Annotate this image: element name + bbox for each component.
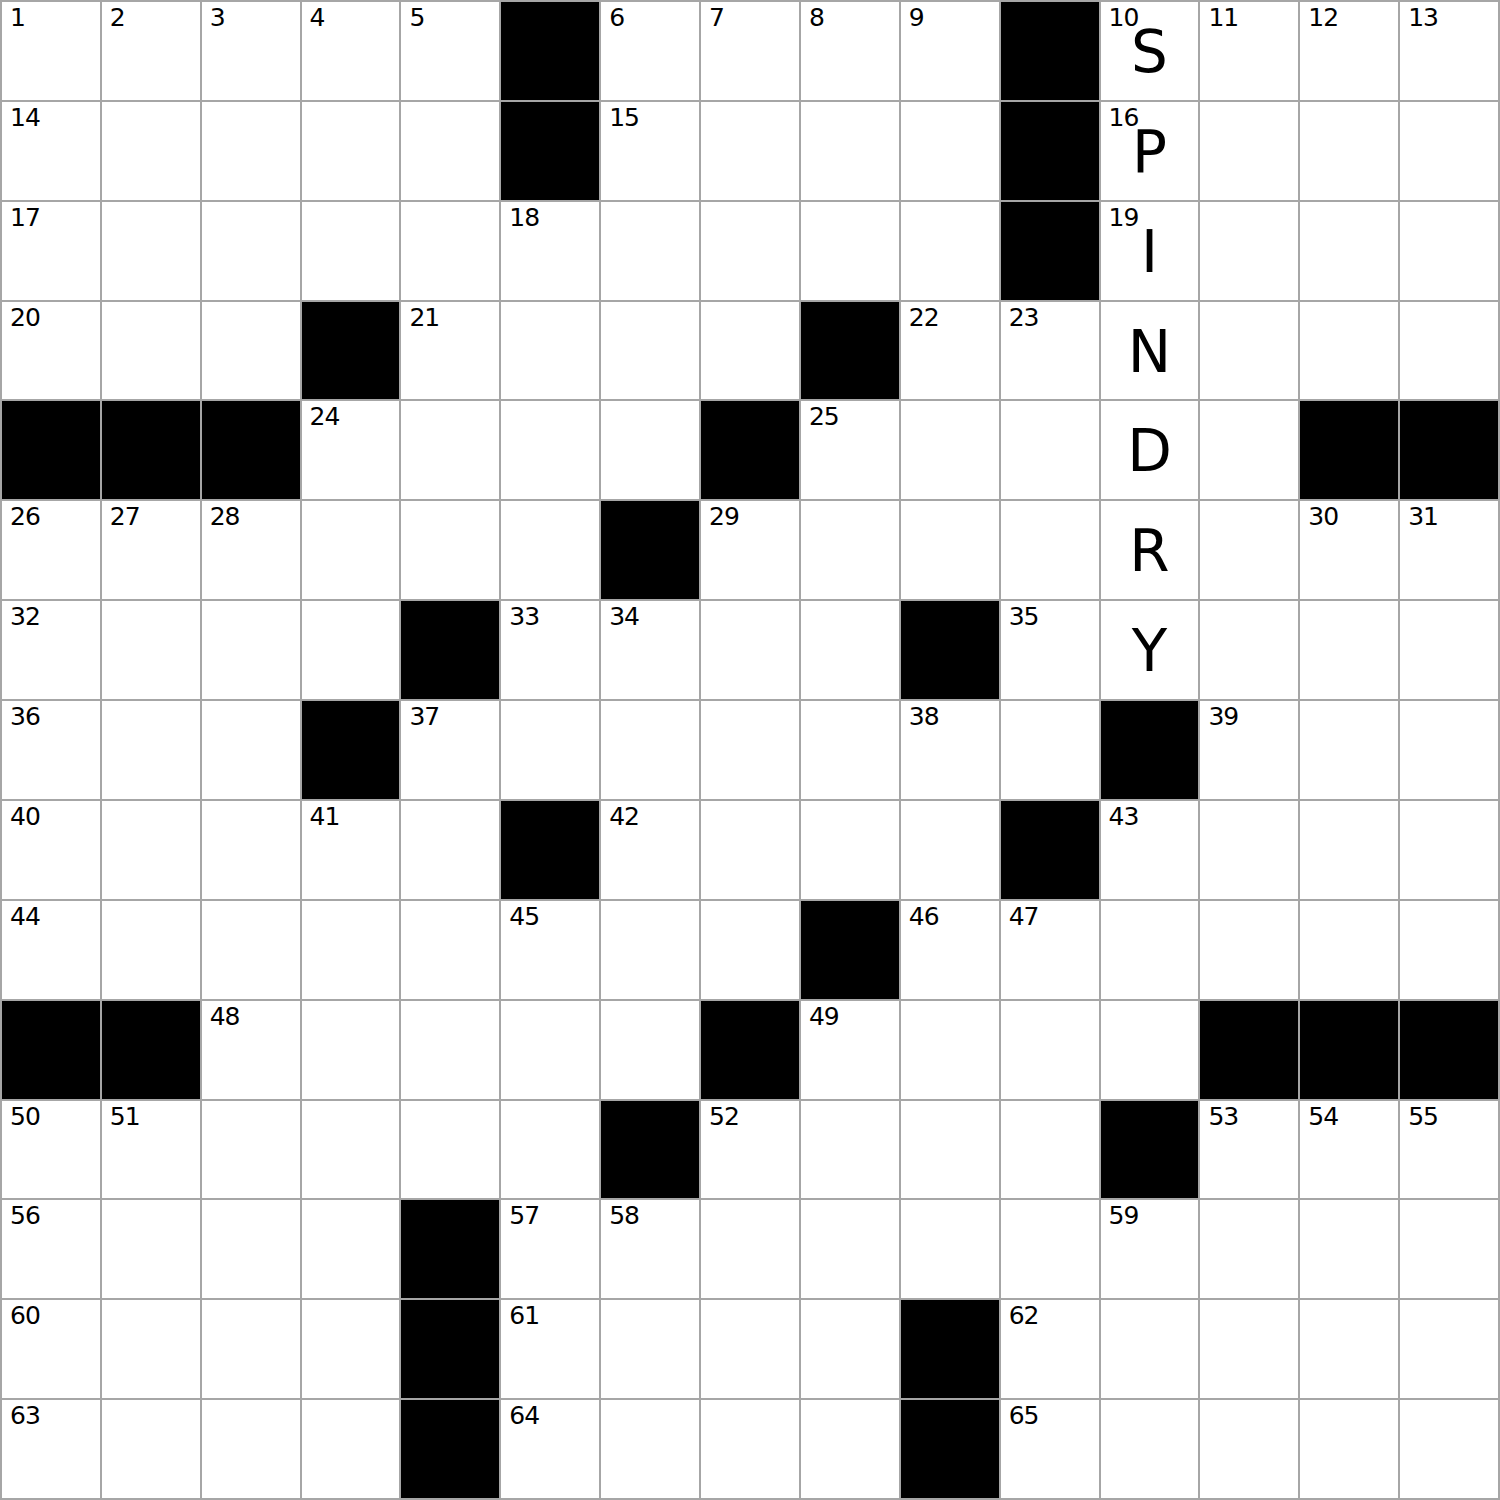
grid-cell[interactable]: 44: [2, 901, 100, 999]
clue-number: 41: [310, 804, 340, 830]
grid-cell[interactable]: [801, 202, 899, 300]
grid-cell[interactable]: [1200, 302, 1298, 400]
grid-cell[interactable]: [102, 1200, 200, 1298]
clue-number: 48: [210, 1004, 240, 1030]
grid-cell[interactable]: N: [1101, 302, 1199, 400]
black-square: [401, 1400, 499, 1498]
grid-cell[interactable]: [501, 501, 599, 599]
grid-cell[interactable]: [701, 202, 799, 300]
grid-cell[interactable]: 7: [701, 2, 799, 100]
grid-cell[interactable]: [1200, 801, 1298, 899]
black-square: [701, 1001, 799, 1099]
grid-cell[interactable]: [1300, 1200, 1398, 1298]
grid-cell[interactable]: 5: [401, 2, 499, 100]
grid-cell[interactable]: [401, 901, 499, 999]
black-square: [501, 2, 599, 100]
grid-cell[interactable]: [202, 1200, 300, 1298]
clue-number: 3: [210, 5, 225, 31]
black-square: [701, 401, 799, 499]
grid-cell[interactable]: [1101, 1300, 1199, 1398]
clue-number: 39: [1208, 704, 1238, 730]
grid-cell[interactable]: 25: [801, 401, 899, 499]
grid-cell[interactable]: 48: [202, 1001, 300, 1099]
grid-cell[interactable]: [801, 1400, 899, 1498]
grid-cell[interactable]: [202, 1101, 300, 1199]
grid-cell[interactable]: [1001, 501, 1099, 599]
clue-number: 51: [110, 1104, 140, 1130]
cell-letter: P: [1101, 102, 1199, 200]
grid-cell[interactable]: [501, 302, 599, 400]
grid-cell[interactable]: 33: [501, 601, 599, 699]
black-square: [1001, 801, 1099, 899]
grid-cell[interactable]: 15: [601, 102, 699, 200]
cell-letter: I: [1101, 202, 1199, 300]
grid-cell[interactable]: [601, 1001, 699, 1099]
clue-number: 47: [1009, 904, 1039, 930]
grid-cell[interactable]: [202, 1400, 300, 1498]
grid-cell[interactable]: [901, 202, 999, 300]
grid-cell[interactable]: 47: [1001, 901, 1099, 999]
grid-cell[interactable]: [202, 1300, 300, 1398]
grid-cell[interactable]: [701, 1400, 799, 1498]
grid-cell[interactable]: 58: [601, 1200, 699, 1298]
black-square: [302, 701, 400, 799]
clue-number: 6: [609, 5, 624, 31]
black-square: [901, 601, 999, 699]
clue-number: 42: [609, 804, 639, 830]
grid-cell[interactable]: [1200, 1200, 1298, 1298]
grid-cell[interactable]: 54: [1300, 1101, 1398, 1199]
black-square: [1001, 202, 1099, 300]
grid-cell[interactable]: 62: [1001, 1300, 1099, 1398]
grid-cell[interactable]: 45: [501, 901, 599, 999]
black-square: [401, 1300, 499, 1398]
black-square: [801, 901, 899, 999]
black-square: [1101, 701, 1199, 799]
grid-cell[interactable]: [901, 1001, 999, 1099]
black-square: [102, 1001, 200, 1099]
grid-cell[interactable]: 11: [1200, 2, 1298, 100]
grid-cell[interactable]: 27: [102, 501, 200, 599]
grid-cell[interactable]: [1200, 601, 1298, 699]
grid-cell[interactable]: [102, 801, 200, 899]
grid-cell[interactable]: [701, 1300, 799, 1398]
grid-cell[interactable]: [901, 801, 999, 899]
clue-number: 26: [10, 504, 40, 530]
grid-cell[interactable]: 29: [701, 501, 799, 599]
grid-cell[interactable]: 6: [601, 2, 699, 100]
grid-cell[interactable]: [701, 901, 799, 999]
grid-cell[interactable]: 36: [2, 701, 100, 799]
grid-cell[interactable]: 60: [2, 1300, 100, 1398]
clue-number: 29: [709, 504, 739, 530]
grid-cell[interactable]: [1400, 601, 1498, 699]
grid-cell[interactable]: 40: [2, 801, 100, 899]
grid-cell[interactable]: [1400, 102, 1498, 200]
grid-cell[interactable]: 30: [1300, 501, 1398, 599]
grid-cell[interactable]: 19I: [1101, 202, 1199, 300]
grid-cell[interactable]: [1400, 801, 1498, 899]
grid-cell[interactable]: [302, 1101, 400, 1199]
grid-cell[interactable]: [1300, 102, 1398, 200]
grid-cell[interactable]: [401, 1101, 499, 1199]
grid-cell[interactable]: 37: [401, 701, 499, 799]
clue-number: 58: [609, 1203, 639, 1229]
clue-number: 25: [809, 404, 839, 430]
clue-number: 2: [110, 5, 125, 31]
grid-cell[interactable]: [701, 1200, 799, 1298]
clue-number: 22: [909, 305, 939, 331]
grid-cell[interactable]: [302, 1300, 400, 1398]
grid-cell[interactable]: 35: [1001, 601, 1099, 699]
grid-cell[interactable]: 18: [501, 202, 599, 300]
grid-cell[interactable]: [302, 1400, 400, 1498]
grid-cell[interactable]: 55: [1400, 1101, 1498, 1199]
grid-cell[interactable]: [1300, 701, 1398, 799]
grid-cell[interactable]: [1101, 1400, 1199, 1498]
clue-number: 20: [10, 305, 40, 331]
black-square: [1200, 1001, 1298, 1099]
grid-cell[interactable]: [102, 901, 200, 999]
grid-cell[interactable]: 50: [2, 1101, 100, 1199]
grid-cell[interactable]: [1001, 401, 1099, 499]
grid-cell[interactable]: [102, 601, 200, 699]
black-square: [1300, 1001, 1398, 1099]
clue-number: 28: [210, 504, 240, 530]
grid-cell[interactable]: [102, 202, 200, 300]
grid-cell[interactable]: [401, 401, 499, 499]
clue-number: 24: [310, 404, 340, 430]
clue-number: 62: [1009, 1303, 1039, 1329]
grid-cell[interactable]: [202, 302, 300, 400]
grid-cell[interactable]: 65: [1001, 1400, 1099, 1498]
grid-cell[interactable]: [1001, 701, 1099, 799]
grid-cell[interactable]: [401, 1001, 499, 1099]
grid-cell[interactable]: D: [1101, 401, 1199, 499]
grid-cell[interactable]: [302, 501, 400, 599]
black-square: [901, 1300, 999, 1398]
black-square: [302, 302, 400, 400]
grid-cell[interactable]: [1200, 901, 1298, 999]
grid-cell[interactable]: 46: [901, 901, 999, 999]
grid-cell[interactable]: [1400, 202, 1498, 300]
grid-cell[interactable]: [1400, 1400, 1498, 1498]
clue-number: 33: [509, 604, 539, 630]
grid-cell[interactable]: 61: [501, 1300, 599, 1398]
grid-cell[interactable]: [901, 501, 999, 599]
clue-number: 46: [909, 904, 939, 930]
clue-number: 37: [409, 704, 439, 730]
grid-cell[interactable]: 24: [302, 401, 400, 499]
grid-cell[interactable]: [202, 202, 300, 300]
grid-cell[interactable]: 14: [2, 102, 100, 200]
grid-cell[interactable]: [1300, 1300, 1398, 1398]
clue-number: 27: [110, 504, 140, 530]
black-square: [401, 601, 499, 699]
clue-number: 61: [509, 1303, 539, 1329]
grid-cell[interactable]: [801, 102, 899, 200]
grid-cell[interactable]: R: [1101, 501, 1199, 599]
grid-cell[interactable]: [202, 601, 300, 699]
grid-cell[interactable]: [401, 202, 499, 300]
grid-cell[interactable]: [601, 202, 699, 300]
grid-cell[interactable]: 17: [2, 202, 100, 300]
grid-cell[interactable]: [1200, 102, 1298, 200]
black-square: [1300, 401, 1398, 499]
grid-cell[interactable]: [601, 302, 699, 400]
grid-cell[interactable]: 39: [1200, 701, 1298, 799]
grid-cell[interactable]: [701, 102, 799, 200]
clue-number: 4: [310, 5, 325, 31]
grid-cell[interactable]: [102, 1400, 200, 1498]
grid-cell[interactable]: [302, 1200, 400, 1298]
grid-cell[interactable]: [1300, 202, 1398, 300]
grid-cell[interactable]: [1400, 701, 1498, 799]
grid-cell[interactable]: [1001, 1101, 1099, 1199]
grid-cell[interactable]: 16P: [1101, 102, 1199, 200]
black-square: [1400, 401, 1498, 499]
grid-cell[interactable]: 49: [801, 1001, 899, 1099]
clue-number: 50: [10, 1104, 40, 1130]
grid-cell[interactable]: 9: [901, 2, 999, 100]
clue-number: 8: [809, 5, 824, 31]
clue-number: 34: [609, 604, 639, 630]
grid-cell[interactable]: [102, 1300, 200, 1398]
black-square: [1101, 1101, 1199, 1199]
grid-cell[interactable]: 43: [1101, 801, 1199, 899]
clue-number: 59: [1109, 1203, 1139, 1229]
grid-cell[interactable]: [801, 1101, 899, 1199]
grid-cell[interactable]: 23: [1001, 302, 1099, 400]
clue-number: 55: [1408, 1104, 1438, 1130]
grid-cell[interactable]: [1200, 202, 1298, 300]
cell-letter: R: [1101, 501, 1199, 599]
grid-cell[interactable]: [801, 1300, 899, 1398]
grid-cell[interactable]: 8: [801, 2, 899, 100]
black-square: [1001, 102, 1099, 200]
clue-number: 43: [1109, 804, 1139, 830]
grid-cell[interactable]: [202, 901, 300, 999]
clue-number: 53: [1208, 1104, 1238, 1130]
grid-cell[interactable]: [801, 501, 899, 599]
clue-number: 15: [609, 105, 639, 131]
grid-cell[interactable]: [601, 901, 699, 999]
grid-cell[interactable]: [601, 1400, 699, 1498]
grid-cell[interactable]: [501, 1101, 599, 1199]
grid-cell[interactable]: [1200, 1300, 1298, 1398]
black-square: [601, 501, 699, 599]
grid-cell[interactable]: [102, 302, 200, 400]
clue-number: 35: [1009, 604, 1039, 630]
grid-cell[interactable]: 51: [102, 1101, 200, 1199]
black-square: [601, 1101, 699, 1199]
black-square: [2, 401, 100, 499]
clue-number: 18: [509, 205, 539, 231]
grid-cell[interactable]: [1400, 302, 1498, 400]
grid-cell[interactable]: [1001, 1200, 1099, 1298]
grid-cell[interactable]: [1101, 901, 1199, 999]
clue-number: 30: [1308, 504, 1338, 530]
clue-number: 49: [809, 1004, 839, 1030]
grid-cell[interactable]: 22: [901, 302, 999, 400]
grid-cell[interactable]: [1400, 1200, 1498, 1298]
grid-cell[interactable]: [1300, 1400, 1398, 1498]
cell-letter: D: [1101, 401, 1199, 499]
clue-number: 12: [1308, 5, 1338, 31]
grid-cell[interactable]: [701, 302, 799, 400]
grid-cell[interactable]: 20: [2, 302, 100, 400]
clue-number: 23: [1009, 305, 1039, 331]
grid-cell[interactable]: [601, 401, 699, 499]
black-square: [501, 102, 599, 200]
grid-cell[interactable]: 12: [1300, 2, 1398, 100]
clue-number: 5: [409, 5, 424, 31]
clue-number: 13: [1408, 5, 1438, 31]
grid-cell[interactable]: [1300, 901, 1398, 999]
grid-cell[interactable]: [901, 1200, 999, 1298]
clue-number: 21: [409, 305, 439, 331]
grid-cell[interactable]: [1101, 1001, 1199, 1099]
clue-number: 56: [10, 1203, 40, 1229]
grid-cell[interactable]: [501, 701, 599, 799]
grid-cell[interactable]: Y: [1101, 601, 1199, 699]
clue-number: 17: [10, 205, 40, 231]
grid-cell[interactable]: 53: [1200, 1101, 1298, 1199]
cell-letter: S: [1101, 2, 1199, 100]
grid-cell[interactable]: 38: [901, 701, 999, 799]
grid-cell[interactable]: [901, 1101, 999, 1199]
grid-cell[interactable]: [901, 401, 999, 499]
grid-cell[interactable]: 13: [1400, 2, 1498, 100]
black-square: [1400, 1001, 1498, 1099]
grid-cell[interactable]: 59: [1101, 1200, 1199, 1298]
grid-cell[interactable]: [801, 1200, 899, 1298]
grid-cell[interactable]: [302, 102, 400, 200]
clue-number: 40: [10, 804, 40, 830]
grid-cell[interactable]: [601, 701, 699, 799]
grid-cell[interactable]: 21: [401, 302, 499, 400]
grid-cell[interactable]: 4: [302, 2, 400, 100]
clue-number: 45: [509, 904, 539, 930]
grid-cell[interactable]: [601, 1300, 699, 1398]
clue-number: 52: [709, 1104, 739, 1130]
grid-cell[interactable]: 26: [2, 501, 100, 599]
grid-cell[interactable]: 63: [2, 1400, 100, 1498]
black-square: [1001, 2, 1099, 100]
black-square: [801, 302, 899, 400]
black-square: [401, 1200, 499, 1298]
grid-cell[interactable]: 28: [202, 501, 300, 599]
clue-number: 32: [10, 604, 40, 630]
grid-cell[interactable]: [102, 701, 200, 799]
grid-cell[interactable]: [202, 801, 300, 899]
clue-number: 44: [10, 904, 40, 930]
grid-cell[interactable]: [1200, 1400, 1298, 1498]
grid-cell[interactable]: 41: [302, 801, 400, 899]
grid-cell[interactable]: [801, 601, 899, 699]
grid-cell[interactable]: [701, 601, 799, 699]
grid-cell[interactable]: [401, 501, 499, 599]
grid-cell[interactable]: 2: [102, 2, 200, 100]
grid-cell[interactable]: 31: [1400, 501, 1498, 599]
clue-number: 63: [10, 1403, 40, 1429]
clue-number: 1: [10, 5, 25, 31]
grid-cell[interactable]: [701, 801, 799, 899]
grid-cell[interactable]: [202, 701, 300, 799]
grid-cell[interactable]: [701, 701, 799, 799]
clue-number: 38: [909, 704, 939, 730]
grid-cell[interactable]: [501, 401, 599, 499]
grid-cell[interactable]: [302, 202, 400, 300]
grid-cell[interactable]: [102, 102, 200, 200]
clue-number: 57: [509, 1203, 539, 1229]
clue-number: 36: [10, 704, 40, 730]
cell-letter: N: [1101, 302, 1199, 400]
grid-cell[interactable]: [1300, 801, 1398, 899]
grid-cell[interactable]: [1200, 401, 1298, 499]
grid-cell[interactable]: [901, 102, 999, 200]
grid-cell[interactable]: [501, 1001, 599, 1099]
grid-cell[interactable]: 42: [601, 801, 699, 899]
cell-letter: Y: [1101, 601, 1199, 699]
clue-number: 65: [1009, 1403, 1039, 1429]
grid-cell[interactable]: 1: [2, 2, 100, 100]
grid-cell[interactable]: 3: [202, 2, 300, 100]
grid-cell[interactable]: [401, 801, 499, 899]
grid-cell[interactable]: [202, 102, 300, 200]
grid-cell[interactable]: 10S: [1101, 2, 1199, 100]
grid-cell[interactable]: [801, 801, 899, 899]
grid-cell[interactable]: [302, 601, 400, 699]
grid-cell[interactable]: [1400, 901, 1498, 999]
grid-cell[interactable]: 64: [501, 1400, 599, 1498]
black-square: [901, 1400, 999, 1498]
grid-cell[interactable]: 56: [2, 1200, 100, 1298]
grid-cell[interactable]: [1001, 1001, 1099, 1099]
black-square: [102, 401, 200, 499]
grid-cell[interactable]: 52: [701, 1101, 799, 1199]
grid-cell[interactable]: 57: [501, 1200, 599, 1298]
grid-cell[interactable]: [1300, 302, 1398, 400]
grid-cell[interactable]: [302, 901, 400, 999]
grid-cell[interactable]: [1300, 601, 1398, 699]
clue-number: 11: [1208, 5, 1238, 31]
grid-cell[interactable]: [801, 701, 899, 799]
clue-number: 7: [709, 5, 724, 31]
black-square: [2, 1001, 100, 1099]
grid-cell[interactable]: 32: [2, 601, 100, 699]
clue-number: 60: [10, 1303, 40, 1329]
black-square: [501, 801, 599, 899]
crossword-grid: 12345678910S111213141516P171819I20212223…: [0, 0, 1500, 1500]
grid-cell[interactable]: 34: [601, 601, 699, 699]
grid-cell[interactable]: [1400, 1300, 1498, 1398]
grid-cell[interactable]: [401, 102, 499, 200]
black-square: [202, 401, 300, 499]
clue-number: 64: [509, 1403, 539, 1429]
clue-number: 31: [1408, 504, 1438, 530]
grid-cell[interactable]: [1200, 501, 1298, 599]
grid-cell[interactable]: [302, 1001, 400, 1099]
clue-number: 14: [10, 105, 40, 131]
clue-number: 54: [1308, 1104, 1338, 1130]
clue-number: 9: [909, 5, 924, 31]
